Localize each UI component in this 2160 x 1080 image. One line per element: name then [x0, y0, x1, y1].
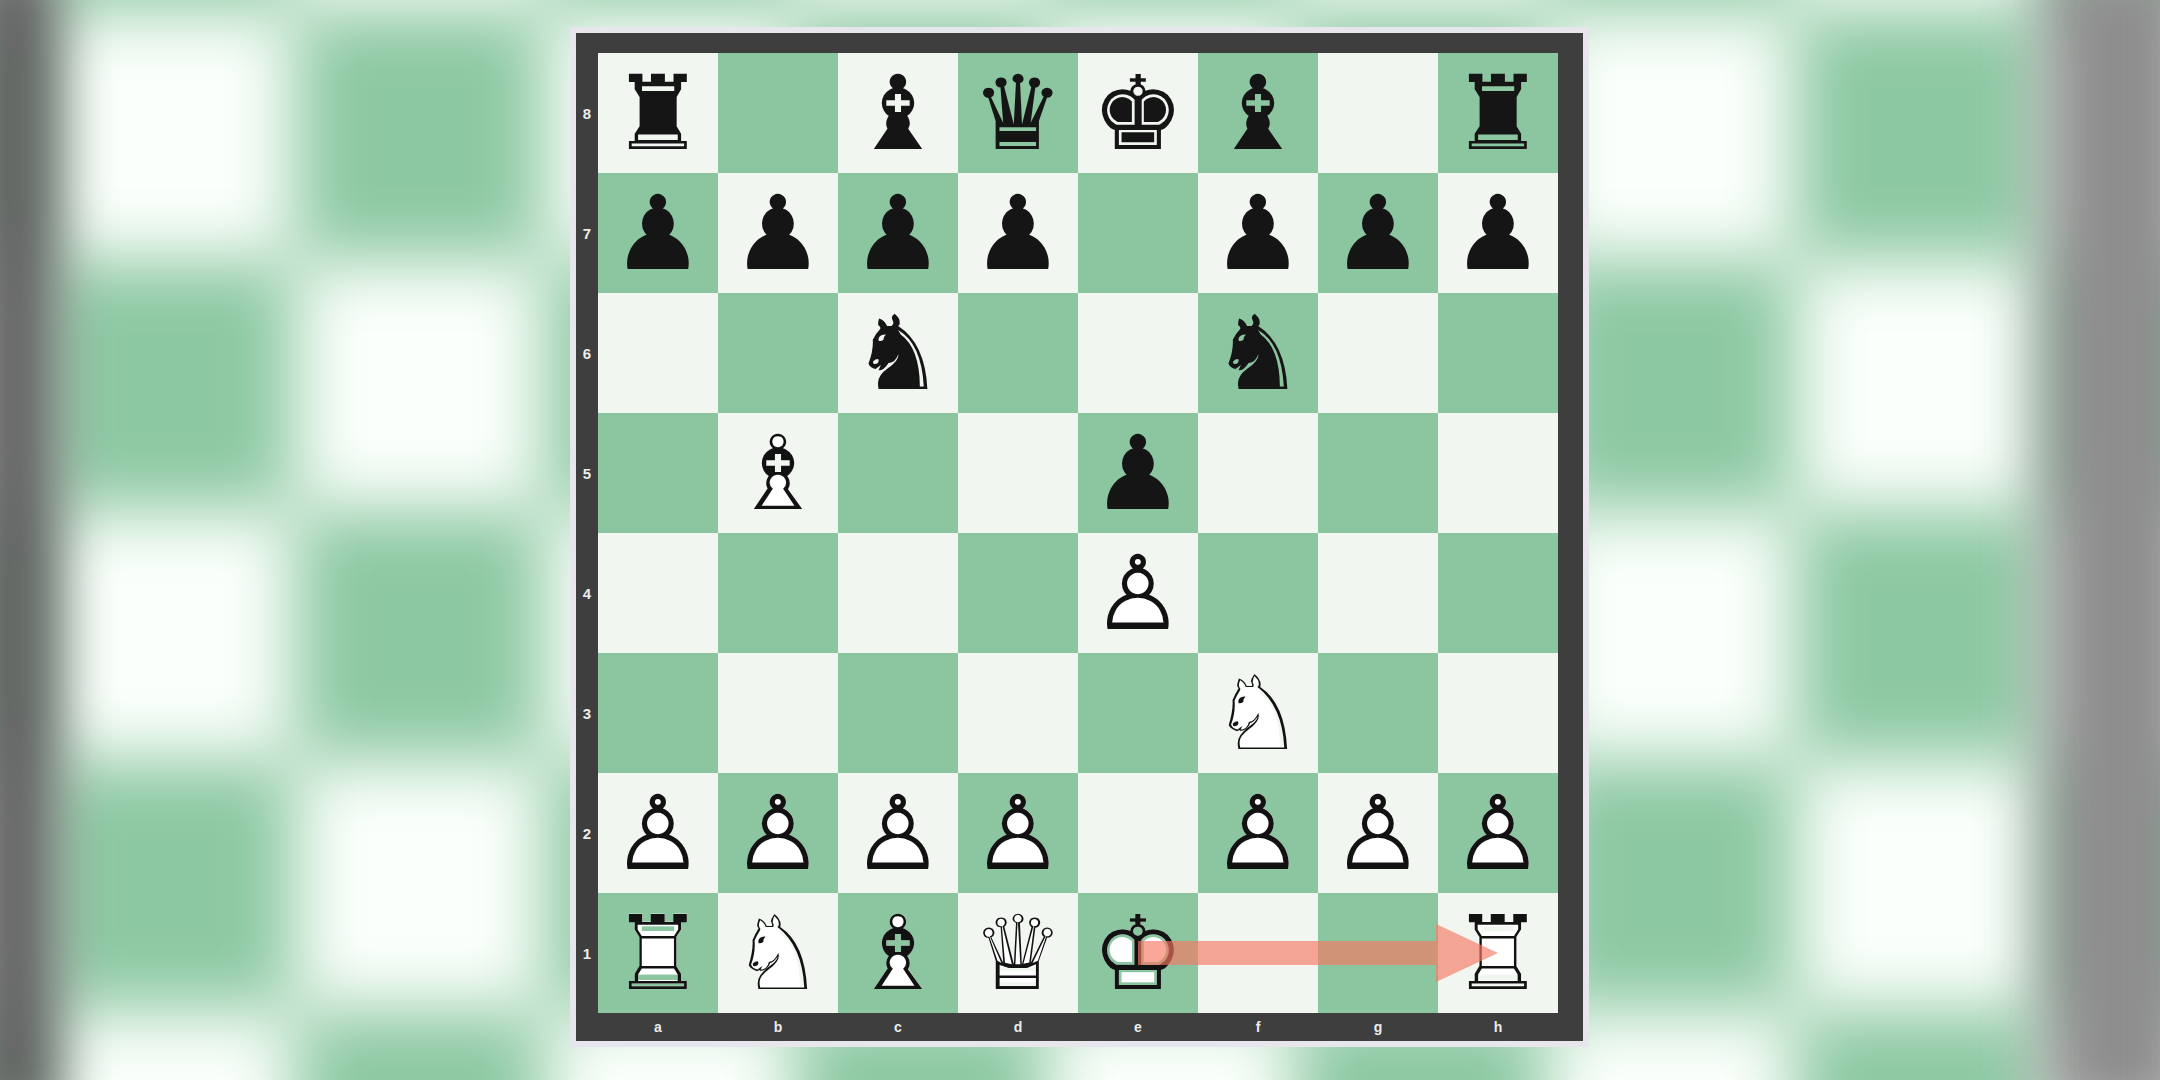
piece-fill-layer: ♞ — [718, 893, 838, 1013]
square-f6[interactable]: ♞ — [1198, 293, 1318, 413]
piece-white-pawn[interactable]: ♟♙ — [1198, 773, 1318, 893]
piece-outline-layer: ♕ — [958, 893, 1078, 1013]
rank-label-3: 3 — [576, 653, 598, 773]
file-label-f: f — [1198, 1013, 1318, 1041]
square-e6[interactable] — [1078, 293, 1198, 413]
square-g6[interactable] — [1318, 293, 1438, 413]
square-c6[interactable]: ♞ — [838, 293, 958, 413]
square-b6[interactable] — [718, 293, 838, 413]
piece-black-knight[interactable]: ♞ — [1198, 293, 1318, 413]
piece-fill-layer: ♟ — [718, 773, 838, 893]
square-e3[interactable] — [1078, 653, 1198, 773]
piece-solid-layer: ♜ — [1438, 53, 1558, 173]
square-e7[interactable] — [1078, 173, 1198, 293]
piece-outline-layer: ♙ — [1198, 773, 1318, 893]
piece-solid-layer: ♟ — [718, 173, 838, 293]
square-b8[interactable] — [718, 53, 838, 173]
rank-coordinates: 87654321 — [576, 53, 598, 1013]
rank-label-7: 7 — [576, 173, 598, 293]
piece-white-king[interactable]: ♚♔ — [1078, 893, 1198, 1013]
file-label-d: d — [958, 1013, 1078, 1041]
piece-outline-layer: ♙ — [1078, 533, 1198, 653]
square-g1[interactable] — [1318, 893, 1438, 1013]
square-g3[interactable] — [1318, 653, 1438, 773]
square-c5[interactable] — [838, 413, 958, 533]
square-c7[interactable]: ♟ — [838, 173, 958, 293]
square-h6[interactable] — [1438, 293, 1558, 413]
square-d4[interactable] — [958, 533, 1078, 653]
square-c3[interactable] — [838, 653, 958, 773]
square-h5[interactable] — [1438, 413, 1558, 533]
board-squares: ♜♝♛♚♝♜♟♟♟♟♟♟♟♞♞♝♗♟♟♙♞♘♟♙♟♙♟♙♟♙♟♙♟♙♟♙♜♖♞♘… — [598, 53, 1558, 1013]
piece-solid-layer: ♝ — [1198, 53, 1318, 173]
square-c1[interactable]: ♝♗ — [838, 893, 958, 1013]
piece-outline-layer: ♖ — [598, 893, 718, 1013]
piece-fill-layer: ♟ — [1318, 773, 1438, 893]
piece-outline-layer: ♙ — [1318, 773, 1438, 893]
square-b7[interactable]: ♟ — [718, 173, 838, 293]
square-e4[interactable]: ♟♙ — [1078, 533, 1198, 653]
piece-outline-layer: ♙ — [958, 773, 1078, 893]
square-h7[interactable]: ♟ — [1438, 173, 1558, 293]
piece-fill-layer: ♟ — [1198, 773, 1318, 893]
piece-fill-layer: ♟ — [1078, 533, 1198, 653]
file-label-h: h — [1438, 1013, 1558, 1041]
piece-white-pawn[interactable]: ♟♙ — [1078, 533, 1198, 653]
piece-solid-layer: ♝ — [838, 53, 958, 173]
piece-white-pawn[interactable]: ♟♙ — [1318, 773, 1438, 893]
piece-black-bishop[interactable]: ♝ — [838, 53, 958, 173]
square-g5[interactable] — [1318, 413, 1438, 533]
piece-white-pawn[interactable]: ♟♙ — [1438, 773, 1558, 893]
square-d2[interactable]: ♟♙ — [958, 773, 1078, 893]
piece-solid-layer: ♞ — [1198, 293, 1318, 413]
piece-black-queen[interactable]: ♛ — [958, 53, 1078, 173]
piece-black-pawn[interactable]: ♟ — [1198, 173, 1318, 293]
piece-white-bishop[interactable]: ♝♗ — [838, 893, 958, 1013]
piece-fill-layer: ♟ — [958, 773, 1078, 893]
piece-white-pawn[interactable]: ♟♙ — [958, 773, 1078, 893]
piece-black-pawn[interactable]: ♟ — [1438, 173, 1558, 293]
square-h2[interactable]: ♟♙ — [1438, 773, 1558, 893]
square-b2[interactable]: ♟♙ — [718, 773, 838, 893]
piece-black-pawn[interactable]: ♟ — [598, 173, 718, 293]
file-label-c: c — [838, 1013, 958, 1041]
square-a6[interactable] — [598, 293, 718, 413]
square-d6[interactable] — [958, 293, 1078, 413]
piece-solid-layer: ♟ — [1318, 173, 1438, 293]
piece-fill-layer: ♟ — [838, 773, 958, 893]
square-b1[interactable]: ♞♘ — [718, 893, 838, 1013]
piece-fill-layer: ♝ — [718, 413, 838, 533]
piece-black-rook[interactable]: ♜ — [1438, 53, 1558, 173]
file-label-b: b — [718, 1013, 838, 1041]
piece-black-pawn[interactable]: ♟ — [1318, 173, 1438, 293]
square-f4[interactable] — [1198, 533, 1318, 653]
piece-fill-layer: ♜ — [598, 893, 718, 1013]
piece-solid-layer: ♟ — [958, 173, 1078, 293]
file-label-g: g — [1318, 1013, 1438, 1041]
piece-white-knight[interactable]: ♞♘ — [718, 893, 838, 1013]
square-a3[interactable] — [598, 653, 718, 773]
file-label-a: a — [598, 1013, 718, 1041]
piece-outline-layer: ♙ — [598, 773, 718, 893]
square-h3[interactable] — [1438, 653, 1558, 773]
square-h4[interactable] — [1438, 533, 1558, 653]
piece-black-pawn[interactable]: ♟ — [958, 173, 1078, 293]
piece-fill-layer: ♝ — [838, 893, 958, 1013]
square-f3[interactable]: ♞♘ — [1198, 653, 1318, 773]
piece-outline-layer: ♖ — [1438, 893, 1558, 1013]
square-e5[interactable]: ♟ — [1078, 413, 1198, 533]
chess-board: ♜♝♛♚♝♜♟♟♟♟♟♟♟♞♞♝♗♟♟♙♞♘♟♙♟♙♟♙♟♙♟♙♟♙♟♙♜♖♞♘… — [570, 27, 1589, 1047]
square-d8[interactable]: ♛ — [958, 53, 1078, 173]
square-a2[interactable]: ♟♙ — [598, 773, 718, 893]
piece-fill-layer: ♟ — [598, 773, 718, 893]
square-a8[interactable]: ♜ — [598, 53, 718, 173]
square-f7[interactable]: ♟ — [1198, 173, 1318, 293]
square-d1[interactable]: ♛♕ — [958, 893, 1078, 1013]
piece-black-pawn[interactable]: ♟ — [718, 173, 838, 293]
rank-label-5: 5 — [576, 413, 598, 533]
piece-fill-layer: ♞ — [1198, 653, 1318, 773]
square-g7[interactable]: ♟ — [1318, 173, 1438, 293]
square-b5[interactable]: ♝♗ — [718, 413, 838, 533]
piece-fill-layer: ♟ — [1438, 773, 1558, 893]
piece-white-bishop[interactable]: ♝♗ — [718, 413, 838, 533]
square-e8[interactable]: ♚ — [1078, 53, 1198, 173]
square-g8[interactable] — [1318, 53, 1438, 173]
square-b3[interactable] — [718, 653, 838, 773]
piece-outline-layer: ♔ — [1078, 893, 1198, 1013]
file-coordinates: abcdefgh — [598, 1013, 1558, 1041]
piece-solid-layer: ♟ — [838, 173, 958, 293]
board-border: ♜♝♛♚♝♜♟♟♟♟♟♟♟♞♞♝♗♟♟♙♞♘♟♙♟♙♟♙♟♙♟♙♟♙♟♙♜♖♞♘… — [576, 33, 1583, 1041]
square-f5[interactable] — [1198, 413, 1318, 533]
square-d3[interactable] — [958, 653, 1078, 773]
square-c2[interactable]: ♟♙ — [838, 773, 958, 893]
piece-solid-layer: ♟ — [1438, 173, 1558, 293]
piece-solid-layer: ♟ — [1198, 173, 1318, 293]
square-c4[interactable] — [838, 533, 958, 653]
rank-label-1: 1 — [576, 893, 598, 1013]
square-a1[interactable]: ♜♖ — [598, 893, 718, 1013]
square-d5[interactable] — [958, 413, 1078, 533]
piece-solid-layer: ♟ — [598, 173, 718, 293]
square-f1[interactable] — [1198, 893, 1318, 1013]
piece-white-pawn[interactable]: ♟♙ — [838, 773, 958, 893]
piece-white-queen[interactable]: ♛♕ — [958, 893, 1078, 1013]
piece-solid-layer: ♛ — [958, 53, 1078, 173]
piece-fill-layer: ♛ — [958, 893, 1078, 1013]
piece-outline-layer: ♘ — [718, 893, 838, 1013]
piece-black-pawn[interactable]: ♟ — [838, 173, 958, 293]
square-c8[interactable]: ♝ — [838, 53, 958, 173]
square-h1[interactable]: ♜♖ — [1438, 893, 1558, 1013]
piece-fill-layer: ♜ — [1438, 893, 1558, 1013]
square-a5[interactable] — [598, 413, 718, 533]
square-b4[interactable] — [718, 533, 838, 653]
piece-outline-layer: ♘ — [1198, 653, 1318, 773]
square-e2[interactable] — [1078, 773, 1198, 893]
piece-solid-layer: ♜ — [598, 53, 718, 173]
piece-black-knight[interactable]: ♞ — [838, 293, 958, 413]
file-label-e: e — [1078, 1013, 1198, 1041]
piece-white-pawn[interactable]: ♟♙ — [598, 773, 718, 893]
square-f8[interactable]: ♝ — [1198, 53, 1318, 173]
backdrop-left-dark-band — [0, 0, 58, 1080]
piece-outline-layer: ♙ — [1438, 773, 1558, 893]
piece-outline-layer: ♙ — [718, 773, 838, 893]
piece-solid-layer: ♚ — [1078, 53, 1198, 173]
rank-label-4: 4 — [576, 533, 598, 653]
piece-outline-layer: ♙ — [838, 773, 958, 893]
piece-outline-layer: ♗ — [718, 413, 838, 533]
piece-solid-layer: ♞ — [838, 293, 958, 413]
backdrop-right-gray-band — [2044, 0, 2160, 1080]
square-a4[interactable] — [598, 533, 718, 653]
square-e1[interactable]: ♚♔ — [1078, 893, 1198, 1013]
square-a7[interactable]: ♟ — [598, 173, 718, 293]
square-d7[interactable]: ♟ — [958, 173, 1078, 293]
piece-white-rook[interactable]: ♜♖ — [1438, 893, 1558, 1013]
piece-black-rook[interactable]: ♜ — [598, 53, 718, 173]
piece-white-pawn[interactable]: ♟♙ — [718, 773, 838, 893]
rank-label-8: 8 — [576, 53, 598, 173]
square-h8[interactable]: ♜ — [1438, 53, 1558, 173]
piece-outline-layer: ♗ — [838, 893, 958, 1013]
rank-label-6: 6 — [576, 293, 598, 413]
square-g2[interactable]: ♟♙ — [1318, 773, 1438, 893]
piece-fill-layer: ♚ — [1078, 893, 1198, 1013]
piece-white-rook[interactable]: ♜♖ — [598, 893, 718, 1013]
square-g4[interactable] — [1318, 533, 1438, 653]
piece-black-pawn[interactable]: ♟ — [1078, 413, 1198, 533]
piece-solid-layer: ♟ — [1078, 413, 1198, 533]
rank-label-2: 2 — [576, 773, 598, 893]
piece-white-knight[interactable]: ♞♘ — [1198, 653, 1318, 773]
piece-black-king[interactable]: ♚ — [1078, 53, 1198, 173]
square-f2[interactable]: ♟♙ — [1198, 773, 1318, 893]
piece-black-bishop[interactable]: ♝ — [1198, 53, 1318, 173]
